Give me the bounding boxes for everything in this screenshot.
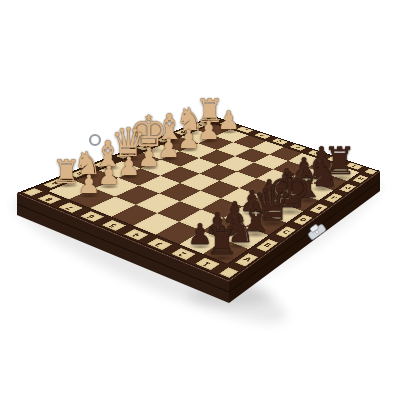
rank-label: 3	[147, 238, 172, 250]
rank-label: 8	[37, 194, 61, 204]
rank-label: 6	[79, 211, 103, 222]
chess-set-photo: ABCDEFGH ABCDEFGH 87654321 87654321 ♜♞♝♛…	[0, 0, 400, 400]
chess-piece-dark-rook-a1[interactable]: ♜	[192, 223, 252, 261]
chess-piece-light-pawn-a7[interactable]: ♟	[59, 172, 119, 198]
rank-label: 5	[101, 220, 125, 231]
rank-label: 7	[58, 203, 82, 213]
rank-label: 4	[124, 229, 149, 240]
border-corner-cell	[218, 267, 237, 278]
